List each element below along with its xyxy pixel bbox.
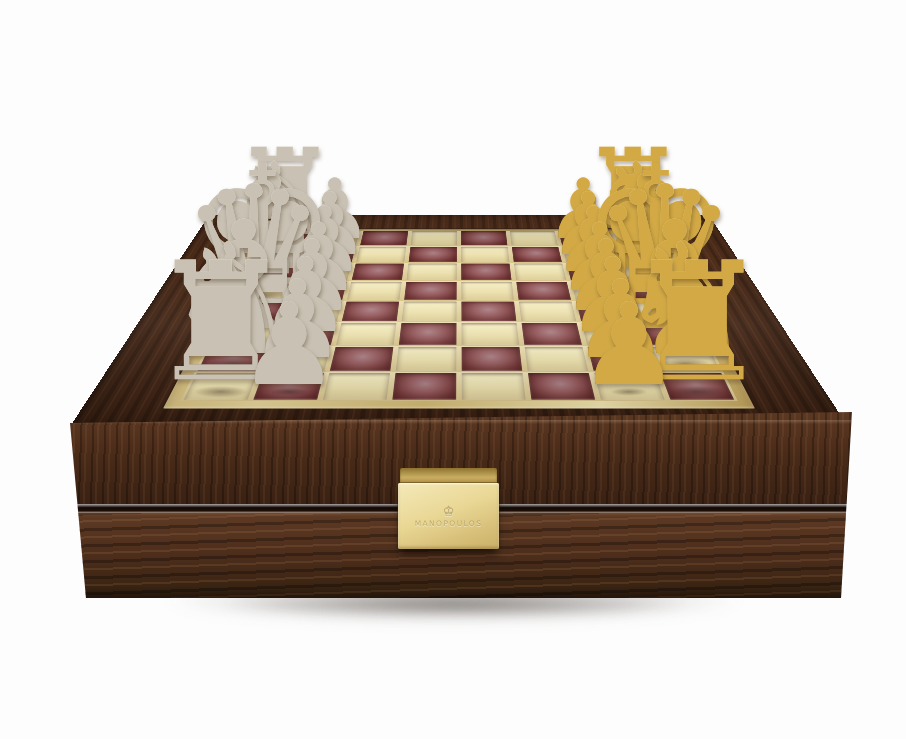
square-tile — [562, 247, 614, 262]
square-tile — [352, 264, 404, 281]
square-tile — [259, 231, 311, 245]
square-tile — [519, 302, 576, 322]
square-tile — [660, 373, 734, 400]
square-tile — [528, 373, 595, 400]
square-e2[interactable] — [569, 281, 631, 301]
square-tile — [510, 231, 558, 245]
square-tile — [567, 264, 621, 281]
square-tile — [303, 247, 355, 262]
square-tile — [461, 247, 509, 262]
square-f4[interactable] — [459, 263, 514, 281]
square-tile — [634, 302, 696, 322]
square-tile — [461, 302, 516, 322]
square-tile — [396, 347, 457, 371]
square-g5[interactable] — [406, 246, 459, 263]
brass-latch: ♔ MANOPOULOS — [398, 468, 499, 560]
square-c7[interactable] — [270, 322, 339, 346]
square-tile — [462, 373, 526, 400]
square-g6[interactable] — [354, 246, 409, 263]
square-tile — [619, 264, 676, 281]
square-tile — [576, 302, 636, 322]
square-tile — [522, 323, 582, 345]
square-a6[interactable] — [320, 372, 393, 401]
square-f7[interactable] — [294, 263, 353, 281]
square-tile — [525, 347, 589, 371]
square-tile — [461, 282, 514, 300]
square-b2[interactable] — [585, 346, 658, 372]
square-tile — [607, 231, 659, 245]
square-tile — [594, 373, 664, 400]
square-tile — [251, 247, 305, 262]
square-a3[interactable] — [525, 372, 598, 401]
square-h2[interactable] — [556, 231, 610, 246]
square-tile — [310, 231, 360, 245]
square-d3[interactable] — [516, 301, 579, 323]
square-f6[interactable] — [349, 263, 406, 281]
square-a8[interactable] — [180, 372, 260, 401]
square-tile — [253, 373, 323, 400]
square-c1[interactable] — [639, 322, 711, 346]
square-b4[interactable] — [459, 346, 525, 372]
chess-board — [180, 231, 737, 401]
square-c6[interactable] — [333, 322, 399, 346]
square-f2[interactable] — [564, 263, 623, 281]
square-tile — [232, 282, 291, 300]
square-g3[interactable] — [510, 246, 565, 263]
square-g4[interactable] — [459, 246, 512, 263]
square-tile — [282, 302, 342, 322]
square-f8[interactable] — [239, 263, 301, 281]
board-wood-rim — [69, 215, 849, 428]
square-e3[interactable] — [514, 281, 574, 301]
square-tile — [588, 347, 655, 371]
square-c5[interactable] — [396, 322, 459, 346]
square-c8[interactable] — [207, 322, 279, 346]
square-a4[interactable] — [459, 372, 529, 401]
square-h8[interactable] — [257, 231, 313, 246]
square-tile — [323, 373, 390, 400]
square-e8[interactable] — [230, 281, 295, 301]
square-tile — [626, 282, 685, 300]
square-d8[interactable] — [219, 301, 287, 323]
square-tile — [462, 347, 523, 371]
square-d5[interactable] — [399, 301, 459, 323]
square-tile — [198, 347, 268, 371]
square-g7[interactable] — [301, 246, 358, 263]
square-b8[interactable] — [195, 346, 271, 372]
square-tile — [297, 264, 351, 281]
square-tile — [571, 282, 628, 300]
square-d2[interactable] — [574, 301, 639, 323]
square-a2[interactable] — [591, 372, 668, 401]
square-b7[interactable] — [261, 346, 334, 372]
square-tile — [222, 302, 284, 322]
square-c4[interactable] — [459, 322, 522, 346]
square-tile — [290, 282, 347, 300]
square-tile — [399, 323, 457, 345]
square-tile — [336, 323, 396, 345]
square-tile — [404, 282, 457, 300]
square-b1[interactable] — [648, 346, 724, 372]
square-d1[interactable] — [631, 301, 699, 323]
square-tile — [582, 323, 645, 345]
square-tile — [461, 231, 507, 245]
square-e5[interactable] — [402, 281, 459, 301]
square-c3[interactable] — [519, 322, 585, 346]
square-h6[interactable] — [358, 231, 411, 246]
square-e4[interactable] — [459, 281, 516, 301]
square-e7[interactable] — [287, 281, 349, 301]
square-tile — [642, 323, 708, 345]
square-tile — [559, 231, 609, 245]
square-a5[interactable] — [389, 372, 459, 401]
square-g2[interactable] — [560, 246, 617, 263]
square-f1[interactable] — [617, 263, 679, 281]
square-tile — [512, 247, 562, 262]
square-tile — [406, 264, 456, 281]
brand-text: MANOPOULOS — [415, 519, 483, 528]
square-h5[interactable] — [408, 231, 459, 246]
square-e1[interactable] — [624, 281, 689, 301]
square-d7[interactable] — [279, 301, 344, 323]
square-e6[interactable] — [344, 281, 404, 301]
square-tile — [211, 323, 277, 345]
square-h7[interactable] — [307, 231, 361, 246]
square-tile — [402, 302, 457, 322]
square-d4[interactable] — [459, 301, 519, 323]
square-tile — [514, 264, 566, 281]
square-tile — [411, 231, 457, 245]
square-b5[interactable] — [393, 346, 459, 372]
square-tile — [516, 282, 571, 300]
square-g8[interactable] — [248, 246, 307, 263]
square-h3[interactable] — [508, 231, 561, 246]
square-tile — [273, 323, 336, 345]
square-tile — [461, 264, 511, 281]
square-a7[interactable] — [250, 372, 327, 401]
square-tile — [360, 231, 408, 245]
square-tile — [330, 347, 394, 371]
square-tile — [342, 302, 399, 322]
latch-plate: ♔ MANOPOULOS — [398, 483, 499, 549]
board-brass-border — [163, 229, 755, 409]
square-b3[interactable] — [522, 346, 591, 372]
square-tile — [184, 373, 258, 400]
crown-icon: ♔ — [443, 505, 455, 518]
square-tile — [356, 247, 406, 262]
square-h1[interactable] — [605, 231, 661, 246]
square-c2[interactable] — [579, 322, 648, 346]
square-a1[interactable] — [657, 372, 737, 401]
square-h4[interactable] — [459, 231, 510, 246]
square-tile — [264, 347, 331, 371]
square-b6[interactable] — [327, 346, 396, 372]
square-tile — [651, 347, 721, 371]
square-d6[interactable] — [339, 301, 402, 323]
square-g1[interactable] — [611, 246, 670, 263]
square-tile — [461, 323, 519, 345]
square-tile — [242, 264, 299, 281]
square-f3[interactable] — [512, 263, 569, 281]
square-tile — [392, 373, 456, 400]
square-tile — [613, 247, 667, 262]
product-photo: ♔ MANOPOULOS ♜♜♟♟♞♞♟♟♝♝♟♟♚♚♟♟♛♛♟♟♝♝♟♟♞♞♟… — [0, 0, 906, 739]
square-tile — [347, 282, 402, 300]
square-f5[interactable] — [404, 263, 459, 281]
square-tile — [409, 247, 457, 262]
board-scene — [0, 0, 906, 739]
